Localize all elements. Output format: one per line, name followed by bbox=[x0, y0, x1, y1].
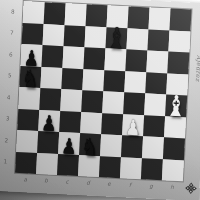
file-label-a: a bbox=[23, 176, 27, 182]
square-d8 bbox=[86, 4, 108, 27]
square-e5 bbox=[103, 70, 125, 93]
square-a7 bbox=[22, 23, 44, 46]
square-h2 bbox=[163, 137, 185, 160]
square-d7 bbox=[85, 26, 107, 49]
square-a4 bbox=[18, 87, 40, 110]
square-a3 bbox=[17, 108, 39, 131]
square-h3 bbox=[164, 116, 186, 139]
chess-board: ♝♟♞♝♟♟♟♞ bbox=[15, 1, 191, 181]
rank-label-7: 7 bbox=[10, 30, 14, 36]
file-label-b: b bbox=[44, 177, 48, 183]
square-f6 bbox=[125, 49, 147, 72]
square-a8 bbox=[23, 1, 45, 24]
square-d1 bbox=[78, 155, 100, 178]
rank-label-8: 8 bbox=[11, 8, 15, 14]
square-b8 bbox=[44, 2, 66, 25]
square-f3 bbox=[122, 114, 144, 137]
square-c7 bbox=[64, 25, 86, 48]
square-e8 bbox=[107, 5, 129, 28]
square-g4 bbox=[144, 93, 166, 116]
file-label-f: f bbox=[129, 182, 131, 188]
square-b2 bbox=[37, 131, 59, 154]
square-g2 bbox=[142, 136, 164, 159]
square-e4 bbox=[102, 91, 124, 114]
square-d2 bbox=[79, 133, 101, 156]
square-c1 bbox=[57, 154, 79, 177]
square-h1 bbox=[162, 159, 184, 182]
chessboard-photo: ♝♟♞♝♟♟♟♞ Ajedrez abcdefgh87654321 bbox=[0, 0, 200, 200]
square-a6 bbox=[20, 44, 42, 67]
square-g3 bbox=[143, 115, 165, 138]
file-label-h: h bbox=[170, 184, 174, 190]
square-h7 bbox=[168, 30, 190, 53]
file-label-e: e bbox=[107, 181, 111, 187]
square-c5 bbox=[61, 68, 83, 91]
square-g8 bbox=[149, 7, 171, 30]
file-label-g: g bbox=[149, 183, 153, 189]
board-frame: ♝♟♞♝♟♟♟♞ Ajedrez abcdefgh87654321 bbox=[0, 0, 200, 200]
square-b4 bbox=[39, 88, 61, 111]
square-f2 bbox=[121, 135, 143, 158]
square-f5 bbox=[124, 71, 146, 94]
file-label-d: d bbox=[86, 179, 90, 185]
square-a1 bbox=[15, 151, 37, 174]
rank-label-1: 1 bbox=[3, 159, 7, 165]
square-c8 bbox=[65, 3, 87, 26]
rank-label-5: 5 bbox=[8, 73, 12, 79]
square-b7 bbox=[43, 24, 65, 47]
square-d5 bbox=[82, 69, 104, 92]
square-c4 bbox=[60, 89, 82, 112]
rank-label-2: 2 bbox=[5, 137, 9, 143]
square-e1 bbox=[99, 156, 121, 179]
square-g1 bbox=[141, 158, 163, 181]
square-f7 bbox=[126, 28, 148, 51]
square-b5 bbox=[40, 67, 62, 90]
square-b6 bbox=[41, 45, 63, 68]
square-a2 bbox=[16, 130, 38, 153]
square-h6 bbox=[167, 51, 189, 74]
square-h5 bbox=[166, 73, 188, 96]
brand-text: Ajedrez bbox=[195, 55, 200, 82]
square-b3 bbox=[38, 109, 60, 132]
file-label-c: c bbox=[66, 178, 69, 184]
corner-logo bbox=[184, 181, 198, 195]
square-h8 bbox=[169, 9, 191, 32]
square-d3 bbox=[80, 112, 102, 135]
square-f4 bbox=[123, 92, 145, 115]
rank-label-4: 4 bbox=[7, 94, 11, 100]
square-f8 bbox=[128, 6, 150, 29]
square-g7 bbox=[147, 29, 169, 52]
square-c2 bbox=[58, 132, 80, 155]
square-a5 bbox=[19, 65, 41, 88]
rank-label-3: 3 bbox=[6, 116, 10, 122]
square-g5 bbox=[145, 72, 167, 95]
square-d6 bbox=[83, 47, 105, 70]
square-g6 bbox=[146, 50, 168, 73]
rank-label-6: 6 bbox=[9, 51, 13, 57]
square-f1 bbox=[120, 157, 142, 180]
square-c6 bbox=[62, 46, 84, 69]
square-e2 bbox=[100, 134, 122, 157]
square-e3 bbox=[101, 113, 123, 136]
square-h4 bbox=[165, 94, 187, 117]
square-d4 bbox=[81, 90, 103, 113]
square-b1 bbox=[36, 152, 58, 175]
square-e7 bbox=[105, 27, 127, 50]
square-c3 bbox=[59, 111, 81, 134]
square-e6 bbox=[104, 48, 126, 71]
